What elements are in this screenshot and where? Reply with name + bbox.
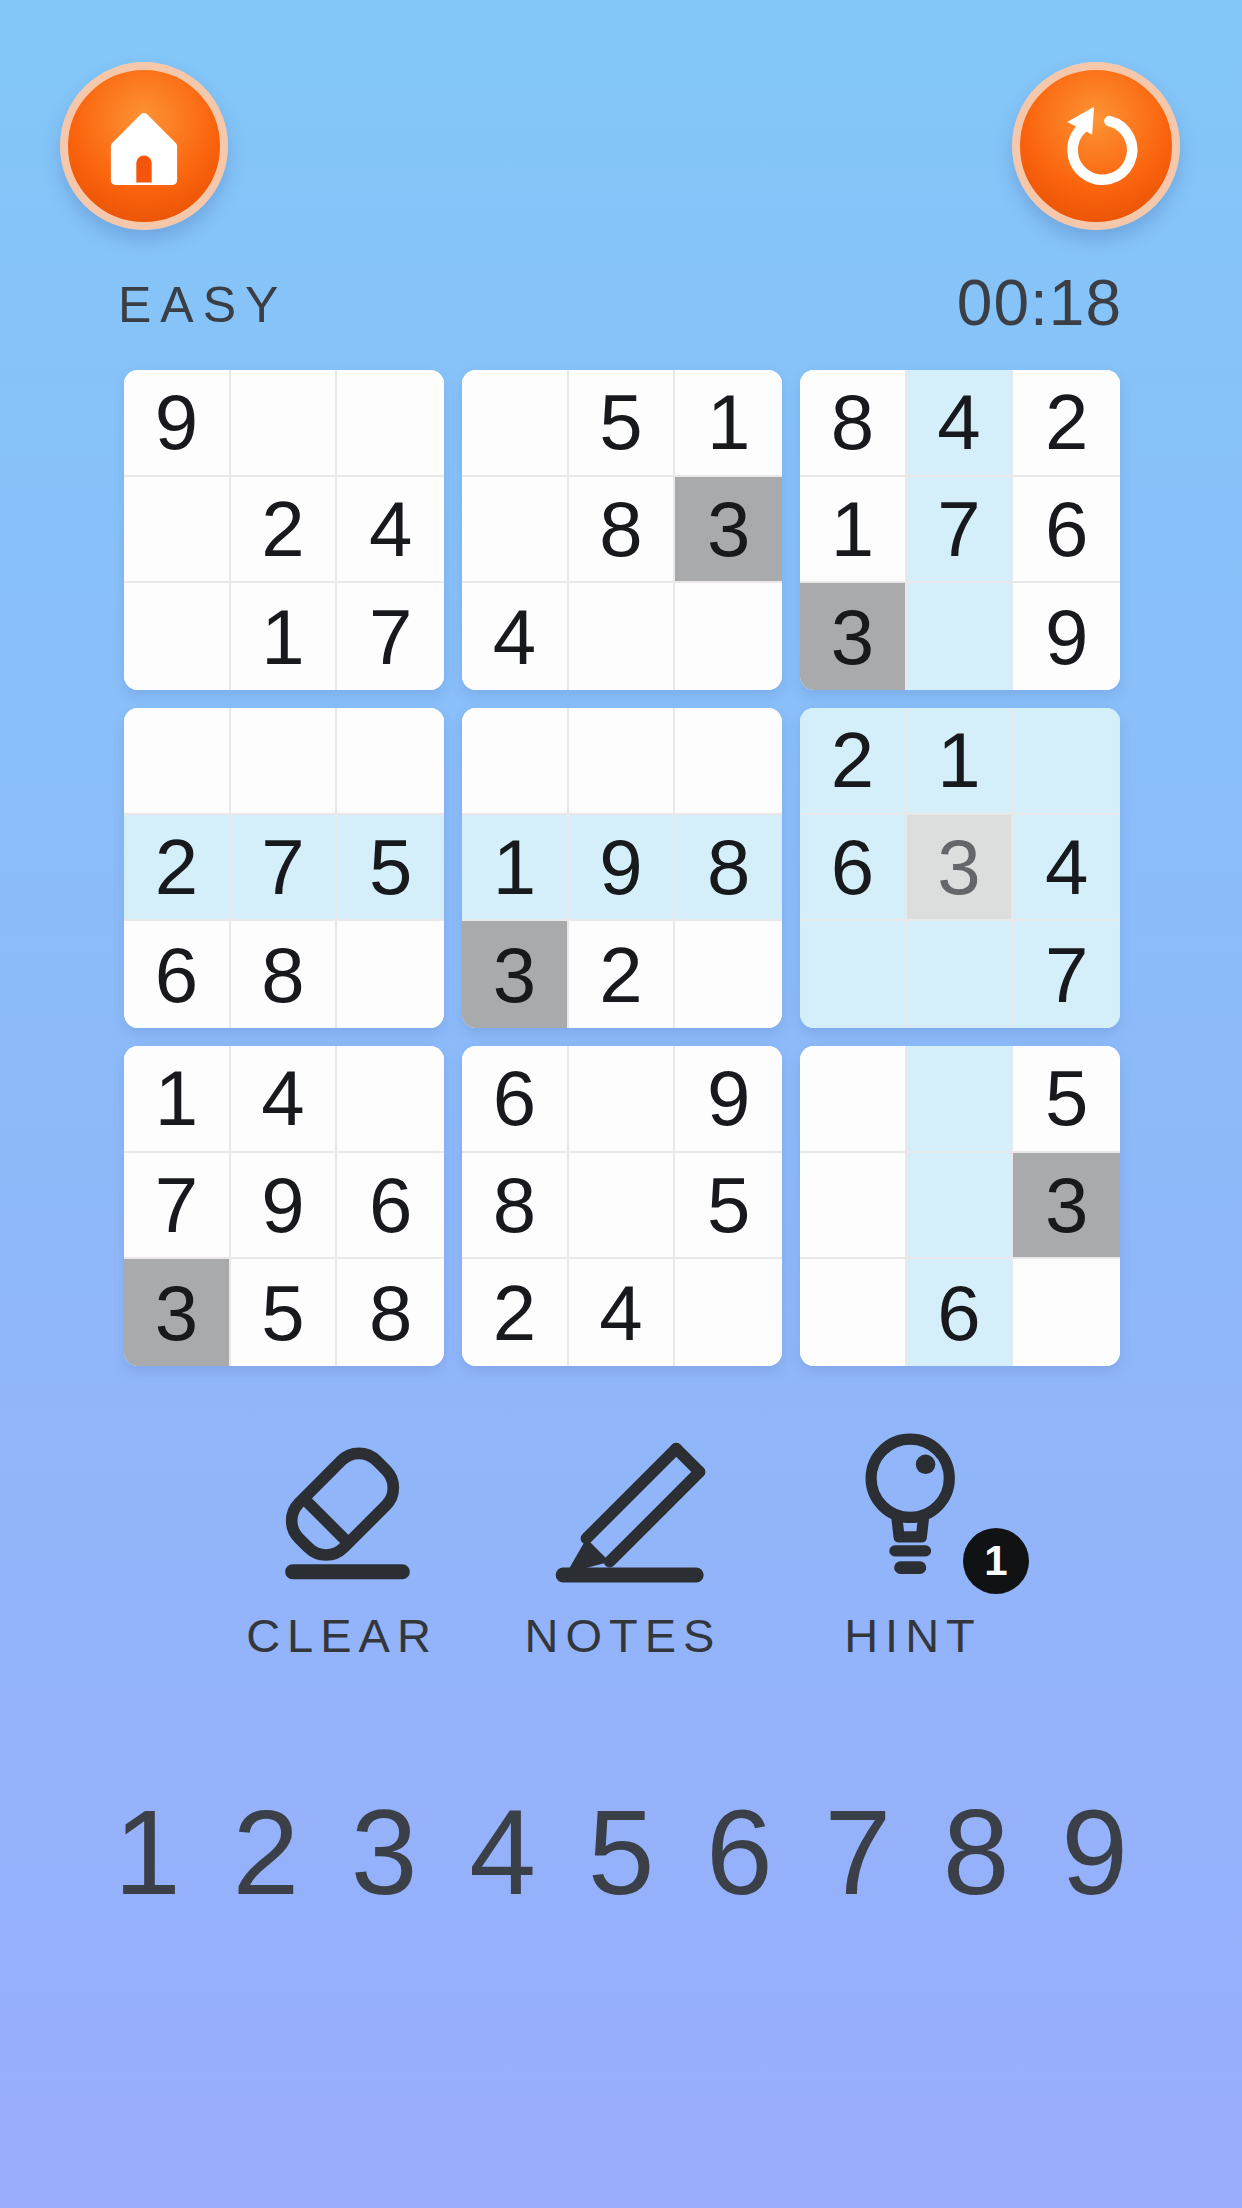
cell-r6c2[interactable]: 8 [231,921,338,1028]
cell-r5c9[interactable]: 4 [1013,815,1120,922]
sudoku-box-2: 51834 [462,370,782,690]
sudoku-box-5: 19832 [462,708,782,1028]
cell-r7c1[interactable]: 1 [124,1046,231,1153]
cell-r4c3[interactable] [337,708,444,815]
cell-r4c4[interactable] [462,708,569,815]
hint-label: HINT [844,1608,982,1663]
cell-r8c7[interactable] [800,1153,907,1260]
cell-r1c8[interactable]: 4 [907,370,1014,477]
cell-r6c1[interactable]: 6 [124,921,231,1028]
cell-r6c3[interactable] [337,921,444,1028]
cell-r7c6[interactable]: 9 [675,1046,782,1153]
cell-r5c5[interactable]: 9 [569,815,676,922]
timer: 00:18 [957,266,1122,340]
cell-r6c8[interactable] [907,921,1014,1028]
clear-button[interactable]: CLEAR [222,1422,462,1663]
cell-r2c5[interactable]: 8 [569,477,676,584]
cell-r9c5[interactable]: 4 [569,1259,676,1366]
restart-icon [1048,98,1144,194]
cell-r8c3[interactable]: 6 [337,1153,444,1260]
cell-r2c4[interactable] [462,477,569,584]
cell-r9c2[interactable]: 5 [231,1259,338,1366]
cell-r1c3[interactable] [337,370,444,477]
numpad-4[interactable]: 4 [463,1792,542,1912]
cell-r5c8[interactable]: 3 [907,815,1014,922]
sudoku-box-7: 14796358 [124,1046,444,1366]
cell-r3c6[interactable] [675,583,782,690]
cell-r5c4[interactable]: 1 [462,815,569,922]
cell-r2c1[interactable] [124,477,231,584]
cell-r4c9[interactable] [1013,708,1120,815]
home-button[interactable] [60,62,228,230]
sudoku-box-9: 536 [800,1046,1120,1366]
cell-r3c5[interactable] [569,583,676,690]
cell-r8c6[interactable]: 5 [675,1153,782,1260]
numpad-5[interactable]: 5 [582,1792,661,1912]
clear-label: CLEAR [246,1608,438,1663]
cell-r9c4[interactable]: 2 [462,1259,569,1366]
cell-r9c3[interactable]: 8 [337,1259,444,1366]
cell-r7c8[interactable] [907,1046,1014,1153]
cell-r5c3[interactable]: 5 [337,815,444,922]
cell-r2c9[interactable]: 6 [1013,477,1120,584]
cell-r5c6[interactable]: 8 [675,815,782,922]
cell-r2c3[interactable]: 4 [337,477,444,584]
cell-r8c9[interactable]: 3 [1013,1153,1120,1260]
cell-r4c2[interactable] [231,708,338,815]
sudoku-box-8: 698524 [462,1046,782,1366]
numpad: 123456789 [108,1772,1134,1932]
numpad-3[interactable]: 3 [345,1792,424,1912]
cell-r8c5[interactable] [569,1153,676,1260]
sudoku-app: EASY 00:18 92417518348421763927568198322… [0,0,1242,2208]
cell-r3c2[interactable]: 1 [231,583,338,690]
cell-r6c6[interactable] [675,921,782,1028]
cell-r2c6[interactable]: 3 [675,477,782,584]
numpad-8[interactable]: 8 [937,1792,1016,1912]
hint-button[interactable]: 1 HINT [808,1422,1018,1663]
lightbulb-icon [843,1428,983,1590]
home-icon [96,98,192,194]
cell-r3c1[interactable] [124,583,231,690]
numpad-1[interactable]: 1 [108,1792,187,1912]
notes-label: NOTES [525,1608,722,1663]
cell-r2c2[interactable]: 2 [231,477,338,584]
cell-r3c4[interactable]: 4 [462,583,569,690]
cell-r3c3[interactable]: 7 [337,583,444,690]
restart-button[interactable] [1012,62,1180,230]
cell-r6c7[interactable] [800,921,907,1028]
cell-r9c9[interactable] [1013,1259,1120,1366]
cell-r1c5[interactable]: 5 [569,370,676,477]
cell-r1c2[interactable] [231,370,338,477]
cell-r9c6[interactable] [675,1259,782,1366]
cell-r6c9[interactable]: 7 [1013,921,1120,1028]
cell-r9c8[interactable]: 6 [907,1259,1014,1366]
sudoku-box-4: 27568 [124,708,444,1028]
cell-r4c7[interactable]: 2 [800,708,907,815]
sudoku-box-1: 92417 [124,370,444,690]
cell-r3c9[interactable]: 9 [1013,583,1120,690]
cell-r4c6[interactable] [675,708,782,815]
cell-r8c8[interactable] [907,1153,1014,1260]
cell-r4c1[interactable] [124,708,231,815]
cell-r7c9[interactable]: 5 [1013,1046,1120,1153]
numpad-2[interactable]: 2 [226,1792,305,1912]
cell-r7c5[interactable] [569,1046,676,1153]
pencil-icon [523,1432,723,1590]
cell-r1c4[interactable] [462,370,569,477]
cell-r9c1[interactable]: 3 [124,1259,231,1366]
cell-r8c4[interactable]: 8 [462,1153,569,1260]
sudoku-board: 9241751834842176392756819832216347147963… [124,370,1120,1366]
cell-r5c2[interactable]: 7 [231,815,338,922]
hint-count-badge: 1 [963,1528,1029,1594]
notes-button[interactable]: NOTES [498,1422,748,1663]
cell-r3c7[interactable]: 3 [800,583,907,690]
cell-r5c1[interactable]: 2 [124,815,231,922]
cell-r6c5[interactable]: 2 [569,921,676,1028]
cell-r3c8[interactable] [907,583,1014,690]
cell-r7c4[interactable]: 6 [462,1046,569,1153]
cell-r9c7[interactable] [800,1259,907,1366]
cell-r7c2[interactable]: 4 [231,1046,338,1153]
action-bar: CLEAR NOTES [0,1422,1242,1712]
sudoku-box-3: 84217639 [800,370,1120,690]
cell-r1c1[interactable]: 9 [124,370,231,477]
cell-r2c8[interactable]: 7 [907,477,1014,584]
cell-r4c5[interactable] [569,708,676,815]
numpad-6[interactable]: 6 [700,1792,779,1912]
eraser-icon [240,1432,445,1590]
numpad-7[interactable]: 7 [818,1792,897,1912]
cell-r1c9[interactable]: 2 [1013,370,1120,477]
cell-r8c2[interactable]: 9 [231,1153,338,1260]
numpad-9[interactable]: 9 [1055,1792,1134,1912]
cell-r7c7[interactable] [800,1046,907,1153]
cell-r6c4[interactable]: 3 [462,921,569,1028]
cell-r1c7[interactable]: 8 [800,370,907,477]
cell-r4c8[interactable]: 1 [907,708,1014,815]
cell-r7c3[interactable] [337,1046,444,1153]
cell-r2c7[interactable]: 1 [800,477,907,584]
cell-r8c1[interactable]: 7 [124,1153,231,1260]
sudoku-box-6: 216347 [800,708,1120,1028]
cell-r5c7[interactable]: 6 [800,815,907,922]
cell-r1c6[interactable]: 1 [675,370,782,477]
difficulty-label: EASY [118,276,287,334]
